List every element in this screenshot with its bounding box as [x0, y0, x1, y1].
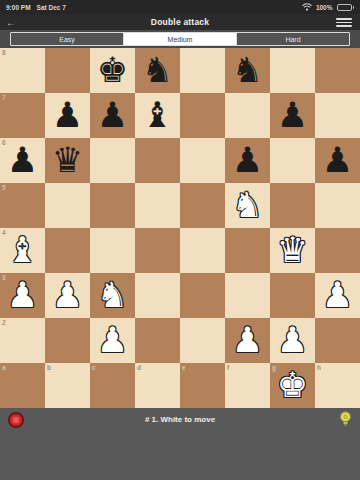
square-b1[interactable]: b [45, 363, 90, 408]
piece-white-bishop[interactable]: ♝ [7, 228, 38, 273]
square-e7[interactable] [180, 93, 225, 138]
square-f1[interactable]: f [225, 363, 270, 408]
square-b5[interactable] [45, 183, 90, 228]
battery-percentage: 100% [316, 4, 333, 11]
square-d2[interactable] [135, 318, 180, 363]
square-c8[interactable]: ♚ [90, 48, 135, 93]
piece-black-knight[interactable]: ♞ [232, 48, 263, 93]
square-b2[interactable] [45, 318, 90, 363]
piece-black-pawn[interactable]: ♟ [322, 138, 353, 183]
square-f8[interactable]: ♞ [225, 48, 270, 93]
square-a2[interactable]: 2 [0, 318, 45, 363]
page-title: Double attack [0, 17, 360, 27]
tab-medium[interactable]: Medium [124, 33, 237, 45]
file-label-c: c [92, 364, 96, 371]
square-c6[interactable] [90, 138, 135, 183]
wifi-icon [302, 3, 312, 11]
piece-black-king[interactable]: ♚ [97, 48, 128, 93]
difficulty-segmented-control: Easy Medium Hard [10, 32, 350, 46]
lightbulb-icon [339, 411, 352, 428]
square-f6[interactable]: ♟ [225, 138, 270, 183]
piece-white-pawn[interactable]: ♟ [232, 318, 263, 363]
tab-hard[interactable]: Hard [237, 33, 349, 45]
status-bar: 9:00 PM Sat Dec 7 100% [0, 0, 360, 14]
square-c2[interactable]: ♟ [90, 318, 135, 363]
square-g7[interactable]: ♟ [270, 93, 315, 138]
square-f4[interactable] [225, 228, 270, 273]
piece-black-pawn[interactable]: ♟ [277, 93, 308, 138]
square-e4[interactable] [180, 228, 225, 273]
puzzle-caption: # 1. White to move [0, 415, 360, 424]
square-g5[interactable] [270, 183, 315, 228]
square-e5[interactable] [180, 183, 225, 228]
piece-black-pawn[interactable]: ♟ [7, 138, 38, 183]
hint-button[interactable] [339, 411, 352, 432]
square-d1[interactable]: d [135, 363, 180, 408]
file-label-f: f [227, 364, 229, 371]
piece-white-pawn[interactable]: ♟ [277, 318, 308, 363]
square-c3[interactable]: ♞ [90, 273, 135, 318]
square-d4[interactable] [135, 228, 180, 273]
back-arrow-icon: ← [6, 17, 16, 28]
square-a5[interactable]: 5 [0, 183, 45, 228]
square-h1[interactable]: h [315, 363, 360, 408]
square-e8[interactable] [180, 48, 225, 93]
piece-white-pawn[interactable]: ♟ [52, 273, 83, 318]
title-bar: ← Double attack [0, 14, 360, 30]
rank-label-3: 3 [2, 274, 6, 281]
clock-date: Sat Dec 7 [37, 4, 66, 11]
difficulty-tab-bar: Easy Medium Hard [0, 30, 360, 48]
square-e2[interactable] [180, 318, 225, 363]
square-b8[interactable] [45, 48, 90, 93]
piece-black-pawn[interactable]: ♟ [97, 93, 128, 138]
piece-white-knight[interactable]: ♞ [97, 273, 128, 318]
square-f5[interactable]: ♞ [225, 183, 270, 228]
square-d5[interactable] [135, 183, 180, 228]
file-label-a: a [2, 364, 6, 371]
square-a1[interactable]: a [0, 363, 45, 408]
square-h8[interactable] [315, 48, 360, 93]
square-h6[interactable]: ♟ [315, 138, 360, 183]
square-d6[interactable] [135, 138, 180, 183]
square-h5[interactable] [315, 183, 360, 228]
rank-label-5: 5 [2, 184, 6, 191]
rank-label-8: 8 [2, 49, 6, 56]
square-f7[interactable] [225, 93, 270, 138]
piece-white-pawn[interactable]: ♟ [97, 318, 128, 363]
square-e3[interactable] [180, 273, 225, 318]
square-e1[interactable]: e [180, 363, 225, 408]
square-a7[interactable]: 7 [0, 93, 45, 138]
file-label-e: e [182, 364, 186, 371]
square-g1[interactable]: g♚ [270, 363, 315, 408]
square-h4[interactable] [315, 228, 360, 273]
piece-white-knight[interactable]: ♞ [232, 183, 263, 228]
square-b6[interactable]: ♛ [45, 138, 90, 183]
rank-label-7: 7 [2, 94, 6, 101]
piece-black-bishop[interactable]: ♝ [142, 93, 173, 138]
square-a8[interactable]: 8 [0, 48, 45, 93]
square-c5[interactable] [90, 183, 135, 228]
square-h7[interactable] [315, 93, 360, 138]
piece-black-knight[interactable]: ♞ [142, 48, 173, 93]
file-label-h: h [317, 364, 321, 371]
piece-black-queen[interactable]: ♛ [52, 138, 83, 183]
back-button[interactable]: ← [6, 14, 16, 30]
chess-board: 8♚♞♞7♟♟♝♟6♟♛♟♟5♞4♝♛3♟♟♞♟2♟♟♟abcdefg♚h [0, 48, 360, 408]
square-a3[interactable]: 3♟ [0, 273, 45, 318]
square-d8[interactable]: ♞ [135, 48, 180, 93]
piece-black-pawn[interactable]: ♟ [232, 138, 263, 183]
piece-white-king[interactable]: ♚ [277, 363, 308, 408]
clock-time: 9:00 PM [6, 4, 31, 11]
piece-white-queen[interactable]: ♛ [277, 228, 308, 273]
square-g8[interactable] [270, 48, 315, 93]
file-label-b: b [47, 364, 51, 371]
piece-white-pawn[interactable]: ♟ [322, 273, 353, 318]
hamburger-icon [336, 18, 352, 20]
rank-label-2: 2 [2, 319, 6, 326]
square-f2[interactable]: ♟ [225, 318, 270, 363]
square-a6[interactable]: 6♟ [0, 138, 45, 183]
rank-label-4: 4 [2, 229, 6, 236]
square-g2[interactable]: ♟ [270, 318, 315, 363]
hamburger-menu-button[interactable] [336, 18, 352, 27]
rank-label-6: 6 [2, 139, 6, 146]
bottom-bar: # 1. White to move [0, 408, 360, 480]
piece-white-pawn[interactable]: ♟ [7, 273, 38, 318]
square-b4[interactable] [45, 228, 90, 273]
square-g4[interactable]: ♛ [270, 228, 315, 273]
square-h2[interactable] [315, 318, 360, 363]
square-h3[interactable]: ♟ [315, 273, 360, 318]
square-g3[interactable] [270, 273, 315, 318]
square-c1[interactable]: c [90, 363, 135, 408]
square-f3[interactable] [225, 273, 270, 318]
square-a4[interactable]: 4♝ [0, 228, 45, 273]
square-c7[interactable]: ♟ [90, 93, 135, 138]
battery-icon [337, 4, 355, 11]
square-b3[interactable]: ♟ [45, 273, 90, 318]
tab-easy[interactable]: Easy [11, 33, 124, 45]
square-d7[interactable]: ♝ [135, 93, 180, 138]
piece-black-pawn[interactable]: ♟ [52, 93, 83, 138]
file-label-g: g [272, 364, 276, 371]
square-g6[interactable] [270, 138, 315, 183]
square-c4[interactable] [90, 228, 135, 273]
square-b7[interactable]: ♟ [45, 93, 90, 138]
square-e6[interactable] [180, 138, 225, 183]
file-label-d: d [137, 364, 141, 371]
square-d3[interactable] [135, 273, 180, 318]
